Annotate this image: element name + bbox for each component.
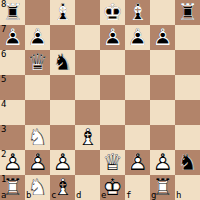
file-label-a: a — [1, 191, 6, 200]
queen-outline-glyph: ♕ — [100, 150, 125, 175]
white-pawn[interactable]: ♟♙ — [50, 150, 75, 175]
square-g1[interactable]: g♜♖ — [150, 175, 175, 200]
rank-label-5: 5 — [1, 75, 6, 84]
square-d2[interactable] — [75, 150, 100, 175]
square-f3[interactable] — [125, 125, 150, 150]
rook-outline-glyph: ♖ — [175, 0, 200, 25]
square-d3[interactable]: ♝♗ — [75, 125, 100, 150]
square-a7[interactable]: 7♟♙ — [0, 25, 25, 50]
rank-label-3: 3 — [1, 125, 6, 134]
white-pawn[interactable]: ♟♙ — [150, 150, 175, 175]
square-d5[interactable] — [75, 75, 100, 100]
square-f5[interactable] — [125, 75, 150, 100]
black-pawn[interactable]: ♟♙ — [100, 25, 125, 50]
square-b7[interactable]: ♟♙ — [25, 25, 50, 50]
black-bishop[interactable]: ♝♗ — [125, 0, 150, 25]
square-e6[interactable] — [100, 50, 125, 75]
pawn-outline-glyph: ♙ — [100, 25, 125, 50]
black-pawn[interactable]: ♟♙ — [150, 25, 175, 50]
square-b1[interactable]: b♞♘ — [25, 175, 50, 200]
square-a1[interactable]: 1a♜♖ — [0, 175, 25, 200]
rank-label-7: 7 — [1, 25, 6, 34]
queen-outline-glyph: ♕ — [25, 50, 50, 75]
file-label-g: g — [151, 191, 156, 200]
square-f1[interactable]: f — [125, 175, 150, 200]
square-a6[interactable]: 6 — [0, 50, 25, 75]
square-a8[interactable]: 8♜♖ — [0, 0, 25, 25]
rank-label-8: 8 — [1, 0, 6, 9]
square-e1[interactable]: e♚♔ — [100, 175, 125, 200]
square-e2[interactable]: ♛♕ — [100, 150, 125, 175]
square-d4[interactable] — [75, 100, 100, 125]
square-g6[interactable] — [150, 50, 175, 75]
square-h7[interactable] — [175, 25, 200, 50]
square-b6[interactable]: ♛♕ — [25, 50, 50, 75]
square-c8[interactable]: ♝♗ — [50, 0, 75, 25]
pawn-outline-glyph: ♙ — [150, 25, 175, 50]
rank-label-2: 2 — [1, 150, 6, 159]
black-knight[interactable]: ♞♘ — [175, 150, 200, 175]
black-pawn[interactable]: ♟♙ — [25, 25, 50, 50]
square-h6[interactable] — [175, 50, 200, 75]
rank-label-6: 6 — [1, 50, 6, 59]
white-pawn[interactable]: ♟♙ — [125, 150, 150, 175]
square-e5[interactable] — [100, 75, 125, 100]
file-label-e: e — [101, 191, 106, 200]
white-queen[interactable]: ♛♕ — [100, 150, 125, 175]
file-label-b: b — [26, 191, 31, 200]
square-b3[interactable]: ♞♘ — [25, 125, 50, 150]
square-b8[interactable] — [25, 0, 50, 25]
square-a4[interactable]: 4 — [0, 100, 25, 125]
square-h2[interactable]: ♞♘ — [175, 150, 200, 175]
king-outline-glyph: ♔ — [100, 0, 125, 25]
white-pawn[interactable]: ♟♙ — [25, 150, 50, 175]
square-g4[interactable] — [150, 100, 175, 125]
black-king[interactable]: ♚♔ — [100, 0, 125, 25]
square-f6[interactable] — [125, 50, 150, 75]
square-h1[interactable]: h — [175, 175, 200, 200]
black-knight[interactable]: ♞♘ — [50, 50, 75, 75]
square-g5[interactable] — [150, 75, 175, 100]
chess-board: 8♜♖♝♗♚♔♝♗♜♖7♟♙♟♙♟♙♟♙♟♙6♛♕♞♘543♞♘♝♗2♟♙♟♙♟… — [0, 0, 200, 200]
pawn-outline-glyph: ♙ — [125, 25, 150, 50]
square-f4[interactable] — [125, 100, 150, 125]
square-f2[interactable]: ♟♙ — [125, 150, 150, 175]
file-label-f: f — [126, 191, 131, 200]
square-g2[interactable]: ♟♙ — [150, 150, 175, 175]
file-label-h: h — [176, 191, 181, 200]
pawn-outline-glyph: ♙ — [125, 150, 150, 175]
knight-outline-glyph: ♘ — [175, 150, 200, 175]
square-c2[interactable]: ♟♙ — [50, 150, 75, 175]
knight-outline-glyph: ♘ — [25, 125, 50, 150]
square-c3[interactable] — [50, 125, 75, 150]
white-knight[interactable]: ♞♘ — [25, 125, 50, 150]
square-e7[interactable]: ♟♙ — [100, 25, 125, 50]
square-g7[interactable]: ♟♙ — [150, 25, 175, 50]
bishop-outline-glyph: ♗ — [125, 0, 150, 25]
file-label-d: d — [76, 191, 81, 200]
square-e3[interactable] — [100, 125, 125, 150]
square-a2[interactable]: 2♟♙ — [0, 150, 25, 175]
square-h4[interactable] — [175, 100, 200, 125]
square-b5[interactable] — [25, 75, 50, 100]
square-h8[interactable]: ♜♖ — [175, 0, 200, 25]
square-f7[interactable]: ♟♙ — [125, 25, 150, 50]
square-c7[interactable] — [50, 25, 75, 50]
square-f8[interactable]: ♝♗ — [125, 0, 150, 25]
square-c6[interactable]: ♞♘ — [50, 50, 75, 75]
square-d6[interactable] — [75, 50, 100, 75]
pawn-outline-glyph: ♙ — [25, 150, 50, 175]
black-pawn[interactable]: ♟♙ — [125, 25, 150, 50]
square-e4[interactable] — [100, 100, 125, 125]
square-c4[interactable] — [50, 100, 75, 125]
square-a5[interactable]: 5 — [0, 75, 25, 100]
square-a3[interactable]: 3 — [0, 125, 25, 150]
black-rook[interactable]: ♜♖ — [175, 0, 200, 25]
square-g8[interactable] — [150, 0, 175, 25]
square-c1[interactable]: c♝♗ — [50, 175, 75, 200]
pawn-outline-glyph: ♙ — [50, 150, 75, 175]
pawn-outline-glyph: ♙ — [25, 25, 50, 50]
black-queen[interactable]: ♛♕ — [25, 50, 50, 75]
black-bishop[interactable]: ♝♗ — [50, 0, 75, 25]
square-d1[interactable]: d — [75, 175, 100, 200]
square-b2[interactable]: ♟♙ — [25, 150, 50, 175]
bishop-outline-glyph: ♗ — [50, 0, 75, 25]
rank-label-4: 4 — [1, 100, 6, 109]
rank-label-1: 1 — [1, 175, 6, 184]
bishop-outline-glyph: ♗ — [75, 125, 100, 150]
square-e8[interactable]: ♚♔ — [100, 0, 125, 25]
pawn-outline-glyph: ♙ — [150, 150, 175, 175]
square-h5[interactable] — [175, 75, 200, 100]
white-bishop[interactable]: ♝♗ — [75, 125, 100, 150]
knight-outline-glyph: ♘ — [50, 50, 75, 75]
square-h3[interactable] — [175, 125, 200, 150]
square-b4[interactable] — [25, 100, 50, 125]
square-c5[interactable] — [50, 75, 75, 100]
square-d8[interactable] — [75, 0, 100, 25]
square-g3[interactable] — [150, 125, 175, 150]
square-d7[interactable] — [75, 25, 100, 50]
file-label-c: c — [51, 191, 56, 200]
